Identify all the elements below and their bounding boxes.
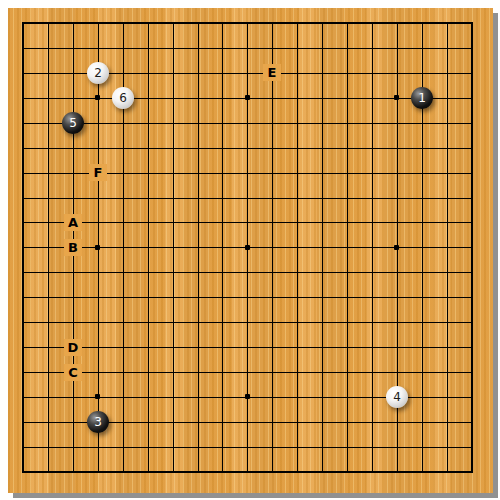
grid-line-vertical — [372, 23, 373, 472]
star-point — [394, 245, 399, 250]
grid-line-vertical — [297, 23, 298, 472]
star-point — [95, 95, 100, 100]
stone-black-5: 5 — [62, 112, 84, 134]
stone-white-4: 4 — [386, 386, 408, 408]
star-point — [245, 245, 250, 250]
stone-white-6: 6 — [112, 87, 134, 109]
star-point — [95, 245, 100, 250]
grid-line-vertical — [272, 23, 273, 472]
point-label-C[interactable]: C — [64, 364, 82, 381]
stone-white-2: 2 — [87, 62, 109, 84]
point-label-B[interactable]: B — [64, 239, 82, 256]
grid-line-vertical — [347, 23, 348, 472]
point-label-E[interactable]: E — [263, 64, 281, 81]
grid-line-horizontal — [23, 272, 472, 273]
page: 123456ABCDEF — [0, 0, 500, 500]
star-point — [394, 95, 399, 100]
point-label-A[interactable]: A — [64, 214, 82, 231]
grid-line-vertical — [322, 23, 323, 472]
point-label-D[interactable]: D — [64, 339, 82, 356]
star-point — [245, 394, 250, 399]
star-point — [245, 95, 250, 100]
grid-line-horizontal — [23, 347, 472, 348]
grid-line-horizontal — [23, 297, 472, 298]
stone-black-1: 1 — [411, 87, 433, 109]
star-point — [95, 394, 100, 399]
point-label-F[interactable]: F — [89, 164, 107, 181]
grid-line-horizontal — [23, 322, 472, 323]
stone-black-3: 3 — [87, 411, 109, 433]
grid-line-horizontal — [23, 447, 472, 448]
grid-line-horizontal — [23, 372, 472, 373]
go-board[interactable]: 123456ABCDEF — [8, 8, 493, 493]
grid-line-vertical — [447, 23, 448, 472]
